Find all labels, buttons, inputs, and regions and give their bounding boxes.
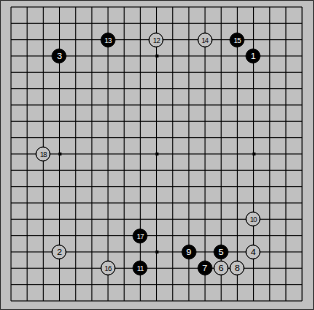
intersection[interactable] (51, 146, 67, 162)
intersection[interactable] (164, 195, 180, 211)
intersection[interactable] (3, 48, 19, 64)
intersection[interactable] (116, 97, 132, 113)
intersection[interactable] (132, 113, 148, 129)
intersection[interactable] (19, 80, 35, 96)
intersection[interactable] (35, 276, 51, 292)
intersection[interactable] (261, 15, 277, 31)
intersection[interactable] (294, 0, 310, 15)
intersection[interactable] (261, 0, 277, 15)
intersection[interactable] (294, 244, 310, 260)
intersection[interactable] (100, 64, 116, 80)
intersection[interactable] (35, 97, 51, 113)
intersection[interactable] (261, 48, 277, 64)
intersection[interactable] (116, 178, 132, 194)
intersection[interactable] (245, 15, 261, 31)
intersection[interactable] (181, 0, 197, 15)
intersection[interactable] (294, 162, 310, 178)
intersection[interactable] (229, 64, 245, 80)
intersection[interactable] (148, 15, 164, 31)
intersection[interactable] (132, 195, 148, 211)
intersection[interactable] (51, 113, 67, 129)
intersection[interactable]: 6 (213, 260, 229, 276)
intersection[interactable] (3, 244, 19, 260)
intersection[interactable] (116, 80, 132, 96)
intersection[interactable] (51, 211, 67, 227)
intersection[interactable] (132, 32, 148, 48)
intersection[interactable] (148, 195, 164, 211)
intersection[interactable]: 7 (197, 260, 213, 276)
intersection[interactable]: 4 (245, 244, 261, 260)
intersection[interactable] (100, 80, 116, 96)
intersection[interactable] (278, 64, 294, 80)
intersection[interactable] (35, 244, 51, 260)
intersection[interactable] (181, 80, 197, 96)
intersection[interactable] (35, 293, 51, 309)
intersection[interactable] (181, 15, 197, 31)
intersection[interactable] (3, 97, 19, 113)
intersection[interactable] (181, 195, 197, 211)
intersection[interactable] (148, 227, 164, 243)
intersection[interactable] (51, 195, 67, 211)
intersection[interactable] (84, 293, 100, 309)
intersection[interactable] (164, 211, 180, 227)
intersection[interactable] (278, 129, 294, 145)
intersection[interactable] (84, 276, 100, 292)
intersection[interactable] (261, 97, 277, 113)
intersection[interactable] (229, 0, 245, 15)
intersection[interactable] (100, 276, 116, 292)
intersection[interactable] (245, 178, 261, 194)
intersection[interactable] (213, 32, 229, 48)
intersection[interactable] (68, 276, 84, 292)
intersection[interactable] (84, 244, 100, 260)
intersection[interactable] (197, 64, 213, 80)
intersection[interactable]: 8 (229, 260, 245, 276)
intersection[interactable] (35, 64, 51, 80)
intersection[interactable] (19, 211, 35, 227)
intersection[interactable] (116, 227, 132, 243)
intersection[interactable] (197, 227, 213, 243)
intersection[interactable] (164, 227, 180, 243)
intersection[interactable] (278, 244, 294, 260)
intersection[interactable] (35, 260, 51, 276)
intersection[interactable] (132, 64, 148, 80)
intersection[interactable] (100, 195, 116, 211)
intersection[interactable] (148, 211, 164, 227)
intersection[interactable] (181, 32, 197, 48)
intersection[interactable] (294, 195, 310, 211)
intersection[interactable] (68, 195, 84, 211)
intersection[interactable] (164, 162, 180, 178)
intersection[interactable] (181, 129, 197, 145)
intersection[interactable] (181, 211, 197, 227)
intersection[interactable] (35, 48, 51, 64)
intersection[interactable] (3, 276, 19, 292)
intersection[interactable] (148, 129, 164, 145)
intersection[interactable] (148, 0, 164, 15)
intersection[interactable] (19, 113, 35, 129)
intersection[interactable] (294, 64, 310, 80)
intersection[interactable] (245, 146, 261, 162)
intersection[interactable] (19, 146, 35, 162)
intersection[interactable] (213, 15, 229, 31)
intersection[interactable] (164, 178, 180, 194)
intersection[interactable] (229, 129, 245, 145)
intersection[interactable] (229, 293, 245, 309)
intersection[interactable] (213, 276, 229, 292)
intersection[interactable] (132, 162, 148, 178)
intersection[interactable] (148, 80, 164, 96)
intersection[interactable] (3, 80, 19, 96)
intersection[interactable] (148, 293, 164, 309)
intersection[interactable]: 12 (148, 32, 164, 48)
intersection[interactable] (116, 0, 132, 15)
intersection[interactable] (164, 0, 180, 15)
intersection[interactable] (261, 260, 277, 276)
intersection[interactable] (278, 32, 294, 48)
intersection[interactable] (100, 178, 116, 194)
intersection[interactable] (3, 162, 19, 178)
intersection[interactable] (84, 97, 100, 113)
intersection[interactable] (245, 129, 261, 145)
intersection[interactable] (261, 195, 277, 211)
intersection[interactable] (51, 178, 67, 194)
intersection[interactable] (148, 162, 164, 178)
intersection[interactable] (164, 244, 180, 260)
intersection[interactable] (229, 195, 245, 211)
intersection[interactable] (116, 244, 132, 260)
intersection[interactable] (278, 211, 294, 227)
intersection[interactable] (197, 0, 213, 15)
intersection[interactable] (51, 276, 67, 292)
intersection[interactable] (19, 129, 35, 145)
intersection[interactable] (278, 293, 294, 309)
intersection[interactable] (261, 80, 277, 96)
intersection[interactable] (68, 129, 84, 145)
intersection[interactable] (245, 80, 261, 96)
intersection[interactable] (35, 227, 51, 243)
intersection[interactable] (100, 113, 116, 129)
intersection[interactable]: 11 (132, 260, 148, 276)
intersection[interactable] (164, 15, 180, 31)
intersection[interactable] (294, 129, 310, 145)
intersection[interactable] (51, 260, 67, 276)
intersection[interactable] (68, 0, 84, 15)
intersection[interactable] (278, 146, 294, 162)
intersection[interactable]: 3 (51, 48, 67, 64)
intersection[interactable] (68, 32, 84, 48)
intersection[interactable] (132, 48, 148, 64)
intersection[interactable] (100, 293, 116, 309)
intersection[interactable] (245, 293, 261, 309)
intersection[interactable] (181, 146, 197, 162)
intersection[interactable] (100, 129, 116, 145)
intersection[interactable] (261, 227, 277, 243)
intersection[interactable] (68, 162, 84, 178)
intersection[interactable] (197, 178, 213, 194)
intersection[interactable] (148, 48, 164, 64)
intersection[interactable]: 18 (35, 146, 51, 162)
intersection[interactable] (213, 178, 229, 194)
intersection[interactable] (35, 32, 51, 48)
intersection[interactable] (132, 146, 148, 162)
intersection[interactable] (35, 113, 51, 129)
intersection[interactable] (278, 15, 294, 31)
intersection[interactable] (278, 80, 294, 96)
intersection[interactable] (51, 227, 67, 243)
intersection[interactable]: 9 (181, 244, 197, 260)
intersection[interactable] (100, 48, 116, 64)
intersection[interactable] (51, 32, 67, 48)
intersection[interactable] (116, 32, 132, 48)
intersection[interactable] (229, 146, 245, 162)
intersection[interactable] (164, 146, 180, 162)
intersection[interactable] (19, 276, 35, 292)
intersection[interactable] (84, 15, 100, 31)
intersection[interactable] (294, 80, 310, 96)
intersection[interactable] (19, 162, 35, 178)
intersection[interactable] (213, 97, 229, 113)
intersection[interactable] (132, 97, 148, 113)
intersection[interactable] (68, 15, 84, 31)
intersection[interactable] (229, 227, 245, 243)
intersection[interactable] (148, 64, 164, 80)
intersection[interactable] (35, 162, 51, 178)
intersection[interactable] (132, 15, 148, 31)
intersection[interactable] (3, 15, 19, 31)
intersection[interactable] (84, 113, 100, 129)
intersection[interactable] (245, 276, 261, 292)
intersection[interactable] (181, 113, 197, 129)
intersection[interactable] (116, 48, 132, 64)
intersection[interactable] (116, 146, 132, 162)
intersection[interactable] (229, 276, 245, 292)
intersection[interactable] (84, 80, 100, 96)
intersection[interactable] (148, 260, 164, 276)
intersection[interactable] (197, 80, 213, 96)
intersection[interactable] (164, 260, 180, 276)
intersection[interactable] (148, 97, 164, 113)
intersection[interactable] (51, 64, 67, 80)
intersection[interactable] (197, 113, 213, 129)
intersection[interactable] (51, 80, 67, 96)
intersection[interactable]: 2 (51, 244, 67, 260)
intersection[interactable] (197, 195, 213, 211)
intersection[interactable] (19, 227, 35, 243)
intersection[interactable] (3, 32, 19, 48)
intersection[interactable] (245, 162, 261, 178)
intersection[interactable] (68, 293, 84, 309)
intersection[interactable] (213, 195, 229, 211)
intersection[interactable] (84, 48, 100, 64)
intersection[interactable]: 5 (213, 244, 229, 260)
intersection[interactable] (197, 97, 213, 113)
intersection[interactable] (116, 129, 132, 145)
intersection[interactable] (164, 97, 180, 113)
intersection[interactable] (278, 0, 294, 15)
intersection[interactable] (3, 260, 19, 276)
intersection[interactable] (19, 0, 35, 15)
intersection[interactable] (261, 178, 277, 194)
intersection[interactable] (68, 178, 84, 194)
intersection[interactable] (261, 146, 277, 162)
intersection[interactable] (3, 113, 19, 129)
intersection[interactable] (164, 32, 180, 48)
intersection[interactable] (294, 276, 310, 292)
intersection[interactable]: 1 (245, 48, 261, 64)
intersection[interactable] (51, 15, 67, 31)
intersection[interactable] (164, 48, 180, 64)
intersection[interactable]: 16 (100, 260, 116, 276)
intersection[interactable] (68, 211, 84, 227)
intersection[interactable] (84, 162, 100, 178)
intersection[interactable] (245, 64, 261, 80)
intersection[interactable] (148, 276, 164, 292)
intersection[interactable] (261, 64, 277, 80)
intersection[interactable] (164, 113, 180, 129)
intersection[interactable] (51, 97, 67, 113)
intersection[interactable] (84, 146, 100, 162)
intersection[interactable] (68, 146, 84, 162)
intersection[interactable] (278, 97, 294, 113)
intersection[interactable] (294, 32, 310, 48)
intersection[interactable] (148, 113, 164, 129)
intersection[interactable] (35, 0, 51, 15)
intersection[interactable] (19, 178, 35, 194)
intersection[interactable] (197, 48, 213, 64)
intersection[interactable] (294, 227, 310, 243)
intersection[interactable] (19, 195, 35, 211)
intersection[interactable] (84, 260, 100, 276)
intersection[interactable] (84, 195, 100, 211)
intersection[interactable] (19, 293, 35, 309)
intersection[interactable] (294, 211, 310, 227)
intersection[interactable] (116, 293, 132, 309)
intersection[interactable] (294, 178, 310, 194)
intersection[interactable] (3, 195, 19, 211)
intersection[interactable] (278, 162, 294, 178)
intersection[interactable] (294, 97, 310, 113)
intersection[interactable] (261, 244, 277, 260)
intersection[interactable] (278, 48, 294, 64)
intersection[interactable] (3, 293, 19, 309)
intersection[interactable] (181, 64, 197, 80)
intersection[interactable]: 15 (229, 32, 245, 48)
intersection[interactable] (19, 260, 35, 276)
intersection[interactable] (261, 162, 277, 178)
intersection[interactable] (84, 129, 100, 145)
intersection[interactable] (245, 32, 261, 48)
intersection[interactable] (245, 0, 261, 15)
intersection[interactable] (294, 293, 310, 309)
intersection[interactable] (261, 129, 277, 145)
intersection[interactable] (213, 162, 229, 178)
intersection[interactable] (19, 97, 35, 113)
intersection[interactable] (197, 15, 213, 31)
intersection[interactable] (164, 64, 180, 80)
intersection[interactable] (294, 146, 310, 162)
intersection[interactable] (3, 0, 19, 15)
intersection[interactable] (68, 244, 84, 260)
intersection[interactable] (68, 80, 84, 96)
intersection[interactable]: 10 (245, 211, 261, 227)
intersection[interactable] (261, 32, 277, 48)
intersection[interactable] (245, 227, 261, 243)
intersection[interactable] (116, 211, 132, 227)
intersection[interactable] (294, 260, 310, 276)
intersection[interactable] (3, 178, 19, 194)
intersection[interactable] (261, 113, 277, 129)
intersection[interactable] (197, 146, 213, 162)
intersection[interactable] (245, 113, 261, 129)
intersection[interactable] (116, 15, 132, 31)
intersection[interactable] (132, 244, 148, 260)
intersection[interactable] (132, 129, 148, 145)
intersection[interactable] (164, 293, 180, 309)
intersection[interactable] (132, 276, 148, 292)
intersection[interactable] (245, 97, 261, 113)
intersection[interactable] (229, 48, 245, 64)
intersection[interactable] (213, 64, 229, 80)
intersection[interactable] (84, 211, 100, 227)
intersection[interactable] (3, 64, 19, 80)
intersection[interactable] (19, 15, 35, 31)
intersection[interactable] (84, 227, 100, 243)
intersection[interactable] (148, 244, 164, 260)
intersection[interactable] (181, 178, 197, 194)
intersection[interactable] (148, 178, 164, 194)
intersection[interactable] (35, 129, 51, 145)
intersection[interactable] (68, 97, 84, 113)
intersection[interactable] (100, 211, 116, 227)
intersection[interactable] (197, 211, 213, 227)
intersection[interactable] (19, 48, 35, 64)
intersection[interactable] (213, 48, 229, 64)
intersection[interactable] (35, 211, 51, 227)
intersection[interactable]: 13 (100, 32, 116, 48)
intersection[interactable] (213, 80, 229, 96)
intersection[interactable] (229, 113, 245, 129)
intersection[interactable] (229, 80, 245, 96)
intersection[interactable] (181, 260, 197, 276)
intersection[interactable] (100, 162, 116, 178)
intersection[interactable] (116, 113, 132, 129)
intersection[interactable] (278, 276, 294, 292)
intersection[interactable] (213, 129, 229, 145)
intersection[interactable]: 14 (197, 32, 213, 48)
intersection[interactable] (132, 0, 148, 15)
intersection[interactable] (19, 64, 35, 80)
intersection[interactable] (3, 146, 19, 162)
intersection[interactable] (68, 113, 84, 129)
intersection[interactable] (68, 64, 84, 80)
intersection[interactable] (116, 276, 132, 292)
intersection[interactable] (35, 195, 51, 211)
intersection[interactable] (84, 64, 100, 80)
intersection[interactable] (181, 48, 197, 64)
intersection[interactable] (100, 146, 116, 162)
intersection[interactable] (261, 211, 277, 227)
intersection[interactable] (278, 113, 294, 129)
intersection[interactable] (229, 15, 245, 31)
intersection[interactable] (181, 97, 197, 113)
intersection[interactable] (51, 129, 67, 145)
intersection[interactable] (278, 178, 294, 194)
intersection[interactable] (100, 227, 116, 243)
intersection[interactable] (3, 129, 19, 145)
intersection[interactable] (213, 211, 229, 227)
intersection[interactable] (261, 293, 277, 309)
